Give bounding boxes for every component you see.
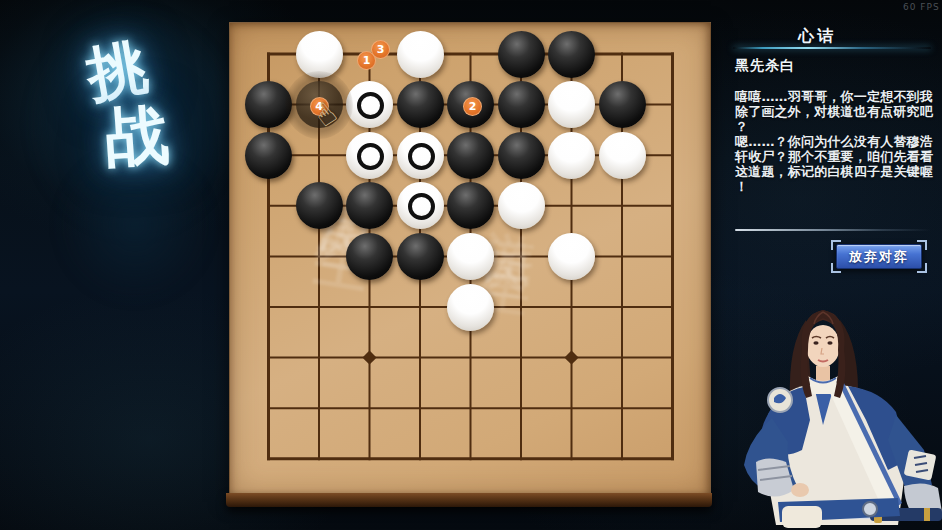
circle-mark-icon: [357, 92, 384, 119]
dialog-text: 嘻嘻……羽哥哥，你一定想不到我除了画之外，对棋道也有点研究吧？嗯……？你问为什么…: [735, 89, 933, 194]
stone-white: [447, 284, 494, 331]
stone-black: [346, 182, 393, 229]
fps-counter: 60 FPS: [903, 2, 940, 12]
board-edge: [226, 493, 712, 507]
challenge-char-1: 挑: [82, 35, 152, 105]
stone-white: [599, 132, 646, 179]
circle-mark-icon: [408, 193, 435, 220]
stone-white: [397, 31, 444, 78]
dialog-line: 这道题，标记的白棋四子是关键喔: [735, 164, 933, 179]
dialog-line: 轩收尸？那个不重要，咱们先看看: [735, 149, 933, 164]
move-marker-2: 2: [463, 97, 482, 116]
stone-white: [548, 233, 595, 280]
stone-black: [447, 132, 494, 179]
stone-black: [245, 132, 292, 179]
stone-white-marked: [397, 132, 444, 179]
game-screen: 挑 战 60 FPS 游民星空 游民星空 1234 ☝ 心诘 黑先杀白 嘻嘻………: [0, 0, 942, 530]
circle-mark-icon: [408, 143, 435, 170]
dialog-line: 嗯……？你问为什么没有人替穆浩: [735, 134, 933, 149]
dialog-line: ？: [735, 119, 933, 134]
corner-bracket-icon: [917, 263, 927, 273]
stone-black: [397, 81, 444, 128]
stone-black: [498, 81, 545, 128]
go-board[interactable]: 游民星空 游民星空 1234 ☝: [229, 22, 711, 496]
give-up-button-label: 放弃对弈: [849, 249, 909, 264]
challenge-banner: 挑 战: [55, 18, 195, 188]
dialog-line: 嘻嘻……羽哥哥，你一定想不到我: [735, 89, 933, 104]
stone-white: [498, 182, 545, 229]
stone-white: [548, 81, 595, 128]
panel-divider: [735, 229, 931, 231]
dialog-line: ！: [735, 179, 933, 194]
character-portrait: [728, 290, 942, 530]
stone-black: [447, 182, 494, 229]
stone-white-marked: [397, 182, 444, 229]
stone-black: [498, 31, 545, 78]
challenge-char-2: 战: [103, 102, 171, 170]
title-divider: [733, 47, 931, 49]
stone-white-marked: [346, 81, 393, 128]
stone-white: [548, 132, 595, 179]
star-point: [564, 351, 578, 365]
stone-black: [599, 81, 646, 128]
puzzle-objective: 黑先杀白: [735, 57, 795, 75]
stone-black: [397, 233, 444, 280]
stone-white-marked: [346, 132, 393, 179]
stone-white: [447, 233, 494, 280]
dialog-line: 除了画之外，对棋道也有点研究吧: [735, 104, 933, 119]
star-point: [362, 351, 376, 365]
stone-black: [296, 182, 343, 229]
circle-mark-icon: [357, 143, 384, 170]
stone-black: [346, 233, 393, 280]
stone-black: [498, 132, 545, 179]
corner-bracket-icon: [831, 263, 841, 273]
corner-bracket-icon: [917, 240, 927, 250]
corner-bracket-icon: [831, 240, 841, 250]
move-marker-3: 3: [371, 40, 390, 59]
give-up-button[interactable]: 放弃对弈: [836, 244, 922, 269]
stone-black: [548, 31, 595, 78]
panel-title: 心诘: [733, 26, 901, 47]
